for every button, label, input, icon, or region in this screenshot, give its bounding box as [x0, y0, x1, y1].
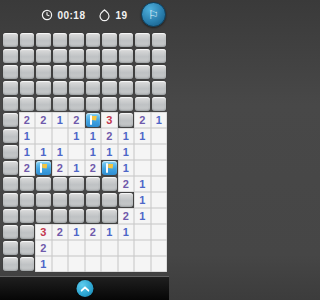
cell-r3c5[interactable] [86, 81, 101, 95]
cell-r10c5[interactable] [86, 193, 101, 207]
cell-r11c7[interactable]: 2 [118, 208, 135, 224]
cell-r1c4[interactable] [69, 49, 84, 63]
cell-r14c6[interactable] [101, 256, 118, 272]
cell-r7c3[interactable]: 1 [52, 144, 69, 160]
cell-r9c1[interactable] [20, 177, 35, 191]
bottom-bar [0, 276, 169, 300]
mine-icon [98, 8, 111, 22]
cell-r3c6[interactable] [102, 81, 117, 95]
minesweeper-screen: { "game": "minesweeper", "status_bar": {… [0, 0, 169, 300]
cell-r14c2[interactable]: 1 [35, 256, 52, 272]
cell-r1c6[interactable] [102, 49, 117, 63]
cell-r12c3[interactable]: 2 [52, 224, 69, 240]
cell-r0c9[interactable] [152, 33, 167, 47]
flag-icon: ⚐ [148, 9, 159, 21]
cell-r12c5[interactable]: 2 [85, 224, 102, 240]
cell-r5c1[interactable]: 2 [19, 112, 36, 128]
cell-r3c8[interactable] [135, 81, 150, 95]
cell-r12c7[interactable]: 1 [118, 224, 135, 240]
cell-r5c9[interactable]: 1 [151, 112, 168, 128]
cell-r7c4[interactable] [68, 144, 85, 160]
cell-r6c8[interactable]: 1 [134, 128, 151, 144]
cell-r11c3[interactable] [53, 209, 68, 223]
cell-r4c7[interactable] [119, 97, 134, 111]
cell-r7c1[interactable]: 1 [19, 144, 36, 160]
cell-r11c8[interactable]: 1 [134, 208, 151, 224]
cell-r2c2[interactable] [36, 65, 51, 79]
cell-r6c3[interactable] [52, 128, 69, 144]
cell-r4c2[interactable] [36, 97, 51, 111]
cell-r7c8[interactable] [134, 144, 151, 160]
cell-r0c3[interactable] [53, 33, 68, 47]
cell-r7c7[interactable]: 1 [118, 144, 135, 160]
cell-r4c4[interactable] [69, 97, 84, 111]
cell-r2c5[interactable] [86, 65, 101, 79]
cell-r12c6[interactable]: 1 [101, 224, 118, 240]
cell-r10c9[interactable] [151, 192, 168, 208]
cell-r9c5[interactable] [86, 177, 101, 191]
cell-r2c3[interactable] [53, 65, 68, 79]
cell-r0c1[interactable] [20, 33, 35, 47]
cell-r8c5[interactable]: 2 [85, 160, 102, 176]
cell-r13c7[interactable] [118, 240, 135, 256]
cell-r8c7[interactable]: 1 [118, 160, 135, 176]
timer-value: 00:18 [57, 10, 85, 21]
cell-r13c0[interactable] [3, 241, 18, 255]
cell-r0c2[interactable] [36, 33, 51, 47]
cell-r4c8[interactable] [135, 97, 150, 111]
cell-r5c3[interactable]: 1 [52, 112, 69, 128]
clock-icon [41, 9, 53, 21]
cell-r6c0[interactable] [3, 129, 18, 143]
flag-mode-button[interactable]: ⚐ [141, 2, 166, 27]
cell-r4c5[interactable] [86, 97, 101, 111]
cell-r13c5[interactable] [85, 240, 102, 256]
cell-r10c7[interactable] [119, 193, 134, 207]
cell-r13c4[interactable] [68, 240, 85, 256]
cell-r11c2[interactable] [36, 209, 51, 223]
cell-r11c1[interactable] [20, 209, 35, 223]
cell-r2c0[interactable] [3, 65, 18, 79]
cell-r1c5[interactable] [86, 49, 101, 63]
cell-r12c9[interactable] [151, 224, 168, 240]
cell-r0c0[interactable] [3, 33, 18, 47]
mine-count-value: 19 [115, 10, 127, 21]
cell-r14c7[interactable] [118, 256, 135, 272]
cell-r8c6[interactable] [102, 161, 117, 175]
chevron-up-icon [80, 286, 89, 292]
cell-r7c6[interactable]: 1 [101, 144, 118, 160]
cell-r4c6[interactable] [102, 97, 117, 111]
cell-r13c9[interactable] [151, 240, 168, 256]
cell-r14c5[interactable] [85, 256, 102, 272]
cell-r11c9[interactable] [151, 208, 168, 224]
cell-r5c7[interactable] [119, 113, 134, 127]
cell-r1c1[interactable] [20, 49, 35, 63]
cell-r5c2[interactable]: 2 [35, 112, 52, 128]
flag-icon [104, 163, 114, 173]
cell-r6c7[interactable]: 1 [118, 128, 135, 144]
cell-r13c2[interactable]: 2 [35, 240, 52, 256]
mine-counter: 19 [98, 8, 127, 22]
cell-r6c2[interactable] [35, 128, 52, 144]
cell-r3c9[interactable] [152, 81, 167, 95]
cell-r4c3[interactable] [53, 97, 68, 111]
cell-r10c4[interactable] [69, 193, 84, 207]
cell-r0c4[interactable] [69, 33, 84, 47]
cell-r6c6[interactable]: 2 [101, 128, 118, 144]
cell-r6c4[interactable]: 1 [68, 128, 85, 144]
timer: 00:18 [41, 9, 85, 21]
cell-r10c2[interactable] [36, 193, 51, 207]
cell-r2c6[interactable] [102, 65, 117, 79]
cell-r8c2[interactable] [36, 161, 51, 175]
cell-r11c0[interactable] [3, 209, 18, 223]
cell-r12c1[interactable] [20, 225, 35, 239]
cell-r3c3[interactable] [53, 81, 68, 95]
cell-r12c8[interactable] [134, 224, 151, 240]
cell-r14c3[interactable] [52, 256, 69, 272]
cell-r14c8[interactable] [134, 256, 151, 272]
cell-r9c4[interactable] [69, 177, 84, 191]
cell-r5c4[interactable]: 2 [68, 112, 85, 128]
cell-r14c1[interactable] [20, 257, 35, 271]
flag-icon [88, 115, 98, 125]
cell-r3c7[interactable] [119, 81, 134, 95]
cell-r2c7[interactable] [119, 65, 134, 79]
cell-r9c6[interactable] [102, 177, 117, 191]
cell-r9c7[interactable]: 2 [118, 176, 135, 192]
cell-r3c2[interactable] [36, 81, 51, 95]
cell-r7c9[interactable] [151, 144, 168, 160]
cell-r10c1[interactable] [20, 193, 35, 207]
expand-button[interactable] [76, 280, 93, 297]
cell-r8c4[interactable]: 1 [68, 160, 85, 176]
cell-r10c6[interactable] [102, 193, 117, 207]
cell-r1c9[interactable] [152, 49, 167, 63]
cell-r1c0[interactable] [3, 49, 18, 63]
cell-r5c8[interactable]: 2 [134, 112, 151, 128]
cell-r1c8[interactable] [135, 49, 150, 63]
cell-r11c6[interactable] [102, 209, 117, 223]
cell-r0c7[interactable] [119, 33, 134, 47]
cell-r2c4[interactable] [69, 65, 84, 79]
cell-r9c2[interactable] [36, 177, 51, 191]
cell-r12c2[interactable]: 3 [35, 224, 52, 240]
cell-r2c1[interactable] [20, 65, 35, 79]
cell-r8c1[interactable]: 2 [19, 160, 36, 176]
cell-r13c1[interactable] [20, 241, 35, 255]
cell-r3c0[interactable] [3, 81, 18, 95]
cell-r10c0[interactable] [3, 193, 18, 207]
cell-r2c8[interactable] [135, 65, 150, 79]
cell-r4c0[interactable] [3, 97, 18, 111]
cell-r0c8[interactable] [135, 33, 150, 47]
cell-r13c8[interactable] [134, 240, 151, 256]
cell-r4c1[interactable] [20, 97, 35, 111]
cell-r3c4[interactable] [69, 81, 84, 95]
cell-r1c7[interactable] [119, 49, 134, 63]
cell-r12c4[interactable]: 1 [68, 224, 85, 240]
cell-r14c9[interactable] [151, 256, 168, 272]
cell-r13c3[interactable] [52, 240, 69, 256]
cell-r6c5[interactable]: 1 [85, 128, 102, 144]
cell-r10c8[interactable]: 1 [134, 192, 151, 208]
flag-icon [38, 163, 48, 173]
cell-r7c2[interactable]: 1 [35, 144, 52, 160]
cell-r10c3[interactable] [53, 193, 68, 207]
cell-r3c1[interactable] [20, 81, 35, 95]
cell-r14c0[interactable] [3, 257, 18, 271]
cell-r8c9[interactable] [151, 160, 168, 176]
cell-r9c3[interactable] [53, 177, 68, 191]
cell-r5c0[interactable] [3, 113, 18, 127]
cell-r5c5[interactable] [86, 113, 101, 127]
cell-r7c0[interactable] [3, 145, 18, 159]
cell-r1c3[interactable] [53, 49, 68, 63]
cell-r11c4[interactable] [69, 209, 84, 223]
cell-r8c3[interactable]: 2 [52, 160, 69, 176]
cell-r9c0[interactable] [3, 177, 18, 191]
cell-r0c5[interactable] [86, 33, 101, 47]
cell-r6c9[interactable] [151, 128, 168, 144]
cell-r13c6[interactable] [101, 240, 118, 256]
board: 2212321111211111111221212112132121121 [2, 32, 167, 272]
cell-r1c2[interactable] [36, 49, 51, 63]
cell-r4c9[interactable] [152, 97, 167, 111]
cell-r14c4[interactable] [68, 256, 85, 272]
cell-r5c6[interactable]: 3 [101, 112, 118, 128]
cell-r6c1[interactable]: 1 [19, 128, 36, 144]
cell-r9c9[interactable] [151, 176, 168, 192]
cell-r8c8[interactable] [134, 160, 151, 176]
cell-r9c8[interactable]: 1 [134, 176, 151, 192]
cell-r12c0[interactable] [3, 225, 18, 239]
cell-r7c5[interactable]: 1 [85, 144, 102, 160]
cell-r11c5[interactable] [86, 209, 101, 223]
cell-r8c0[interactable] [3, 161, 18, 175]
cell-r2c9[interactable] [152, 65, 167, 79]
cell-r0c6[interactable] [102, 33, 117, 47]
